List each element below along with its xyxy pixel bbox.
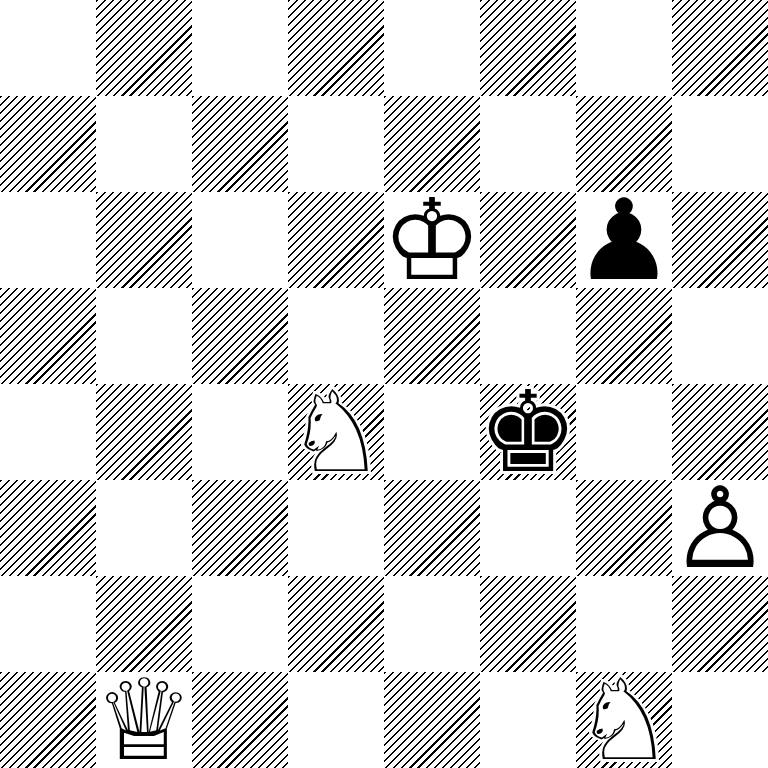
square-e8[interactable]	[384, 0, 480, 96]
square-d4[interactable]: ♞♘	[288, 384, 384, 480]
white-king-on-e6: ♚♔	[384, 192, 480, 288]
white-knight-icon: ♘	[574, 672, 674, 768]
square-a7[interactable]	[0, 96, 96, 192]
square-b5[interactable]	[96, 288, 192, 384]
square-h5[interactable]	[672, 288, 768, 384]
square-f3[interactable]	[480, 480, 576, 576]
white-knight-on-g1: ♞♘	[576, 672, 672, 768]
square-c5[interactable]	[192, 288, 288, 384]
square-e1[interactable]	[384, 672, 480, 768]
square-g8[interactable]	[576, 0, 672, 96]
square-h7[interactable]	[672, 96, 768, 192]
square-e5[interactable]	[384, 288, 480, 384]
white-queen-icon: ♕	[94, 672, 194, 768]
square-b3[interactable]	[96, 480, 192, 576]
square-h6[interactable]	[672, 192, 768, 288]
square-e6[interactable]: ♚♔	[384, 192, 480, 288]
square-h1[interactable]	[672, 672, 768, 768]
square-a8[interactable]	[0, 0, 96, 96]
square-a4[interactable]	[0, 384, 96, 480]
black-king-icon: ♚	[478, 384, 578, 480]
white-knight-icon: ♘	[286, 384, 386, 480]
square-b1[interactable]: ♛♕	[96, 672, 192, 768]
square-e4[interactable]	[384, 384, 480, 480]
square-b6[interactable]	[96, 192, 192, 288]
square-f4[interactable]: ♚♚	[480, 384, 576, 480]
square-f7[interactable]	[480, 96, 576, 192]
black-king-on-f4: ♚♚	[480, 384, 576, 480]
square-b8[interactable]	[96, 0, 192, 96]
square-a5[interactable]	[0, 288, 96, 384]
square-d1[interactable]	[288, 672, 384, 768]
square-h8[interactable]	[672, 0, 768, 96]
square-c6[interactable]	[192, 192, 288, 288]
white-pawn-on-h3: ♟♙	[672, 480, 768, 576]
square-d7[interactable]	[288, 96, 384, 192]
square-g1[interactable]: ♞♘	[576, 672, 672, 768]
square-c2[interactable]	[192, 576, 288, 672]
square-h3[interactable]: ♟♙	[672, 480, 768, 576]
square-a3[interactable]	[0, 480, 96, 576]
square-d8[interactable]	[288, 0, 384, 96]
chess-board: ♚♔♟♟♞♘♚♚♟♙♛♕♞♘	[0, 0, 768, 768]
square-d6[interactable]	[288, 192, 384, 288]
square-g3[interactable]	[576, 480, 672, 576]
square-c1[interactable]	[192, 672, 288, 768]
white-pawn-icon: ♙	[670, 480, 768, 576]
square-f2[interactable]	[480, 576, 576, 672]
square-b7[interactable]	[96, 96, 192, 192]
square-a2[interactable]	[0, 576, 96, 672]
square-e2[interactable]	[384, 576, 480, 672]
white-king-icon: ♔	[382, 192, 482, 288]
square-g5[interactable]	[576, 288, 672, 384]
square-c4[interactable]	[192, 384, 288, 480]
square-d2[interactable]	[288, 576, 384, 672]
square-f8[interactable]	[480, 0, 576, 96]
square-a1[interactable]	[0, 672, 96, 768]
square-c8[interactable]	[192, 0, 288, 96]
square-g4[interactable]	[576, 384, 672, 480]
square-c3[interactable]	[192, 480, 288, 576]
square-g6[interactable]: ♟♟	[576, 192, 672, 288]
black-pawn-icon: ♟	[574, 192, 674, 288]
square-a6[interactable]	[0, 192, 96, 288]
square-f1[interactable]	[480, 672, 576, 768]
square-f6[interactable]	[480, 192, 576, 288]
square-b4[interactable]	[96, 384, 192, 480]
white-queen-on-b1: ♛♕	[96, 672, 192, 768]
square-d3[interactable]	[288, 480, 384, 576]
square-e3[interactable]	[384, 480, 480, 576]
square-h2[interactable]	[672, 576, 768, 672]
black-pawn-on-g6: ♟♟	[576, 192, 672, 288]
square-c7[interactable]	[192, 96, 288, 192]
white-knight-on-d4: ♞♘	[288, 384, 384, 480]
